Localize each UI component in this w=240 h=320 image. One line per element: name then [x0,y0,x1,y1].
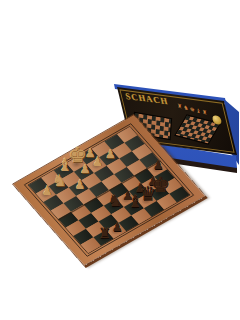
piece-glyph: ♟ [144,160,172,172]
lid-pieces-illustration: ♜♞♚♝♜ [177,103,209,117]
piece-glyph: ♟ [65,179,93,191]
product-photo: SCHACH ♜♞♚♝♜ ♝♚♟♟♞♟♟♟♟♟♞♟♟♟♝♛♚♜♟ [0,0,240,320]
box-title: SCHACH [124,91,169,107]
piece-glyph: ♟ [96,149,124,161]
piece-glyph: ♚ [146,175,174,196]
piece-glyph: ♟ [103,221,131,233]
